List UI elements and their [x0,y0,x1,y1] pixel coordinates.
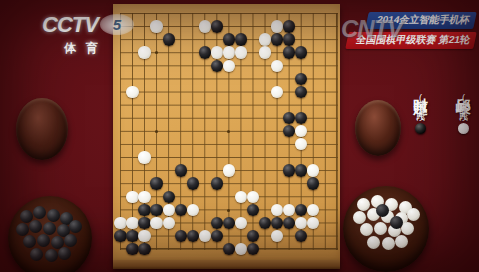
black-stone [247,243,259,255]
white-stone [114,217,126,229]
white-stone [223,164,235,176]
white-stone [211,46,223,58]
black-stone [187,177,199,189]
black-stone [223,217,235,229]
star-point [155,51,158,54]
captured-white-stone [401,222,414,235]
black-stone [283,20,295,32]
black-stone [175,164,187,176]
white-stone [223,60,235,72]
event-banner-line1: 2014金立智能手机杯 [365,12,477,29]
white-stone [138,230,150,242]
event-banner: 2014金立智能手机杯 全国围棋甲级联赛 第21轮 [347,9,475,49]
white-stone [271,20,283,32]
white-stone [271,230,283,242]
captured-black-stone [58,247,71,260]
black-stone [187,230,199,242]
black-stone [199,46,211,58]
white-stone [307,204,319,216]
black-stone [283,46,295,58]
black-stone [307,177,319,189]
white-stone [138,46,150,58]
black-stone [295,230,307,242]
black-stone [295,86,307,98]
white-stone-icon [458,123,469,134]
captured-black-stone [30,248,43,261]
player-white-name: 邱峻 [454,86,473,90]
white-stone [259,46,271,58]
black-stone [295,46,307,58]
captured-black-stone [64,234,77,247]
white-stone [223,46,235,58]
white-stone [126,217,138,229]
white-stone [307,217,319,229]
captured-white-stone [395,235,408,248]
white-stone [138,191,150,203]
board-grid [120,13,338,250]
white-stone [259,33,271,45]
white-stone [126,86,138,98]
white-stone [138,151,150,163]
black-stone [223,243,235,255]
captured-black-stone [29,220,42,233]
player-white: 邱峻 (九段) [450,86,476,134]
board-front-edge [113,260,340,269]
black-stone [283,33,295,45]
black-stone [295,73,307,85]
white-stone [126,191,138,203]
black-stone [259,217,271,229]
black-stone [283,217,295,229]
captured-white-stone [353,211,366,224]
black-stone [211,20,223,32]
black-stone [138,204,150,216]
cctv-logo-text: CCTV [42,12,108,38]
black-stone [211,177,223,189]
captured-white-stone [374,222,387,235]
captured-white-stone [367,236,380,249]
white-stone [235,243,247,255]
player-black: 时越 (九段) [407,86,433,134]
black-stone [271,33,283,45]
white-stone [295,217,307,229]
white-stone [283,204,295,216]
captured-white-stone [407,208,420,221]
white-stone [150,20,162,32]
white-stone [235,191,247,203]
black-stone-bowl [8,196,92,272]
black-stone [295,164,307,176]
star-point [227,209,230,212]
black-stone-icon [415,123,426,134]
black-stone [138,217,150,229]
white-stone [163,204,175,216]
black-stone [223,33,235,45]
captured-black-stone [37,234,50,247]
black-stone [126,230,138,242]
cctv5-logo: CCTV 5 体育 [42,12,108,57]
white-stone [271,86,283,98]
cctv-channel-number: 5 [100,14,134,35]
white-stone [199,20,211,32]
captured-black-stone [43,222,56,235]
stone-bowl-lid-left [16,98,68,160]
white-stone [199,230,211,242]
captured-black-stone [47,209,60,222]
black-stone [235,33,247,45]
white-stone [271,60,283,72]
black-stone [295,112,307,124]
white-stone [295,138,307,150]
black-stone [138,243,150,255]
white-stone [307,164,319,176]
tv-frame: CCTV 5 体育 2014金立智能手机杯 全国围棋甲级联赛 第21轮 CNTV… [0,0,479,272]
go-board [113,4,340,262]
white-stone [163,217,175,229]
captured-black-stone [69,220,82,233]
white-stone [150,217,162,229]
captured-white-stone [360,223,373,236]
white-stone [187,204,199,216]
captured-white-stone [382,237,395,250]
black-stone [295,204,307,216]
white-stone [247,191,259,203]
captured-black-stone [23,235,36,248]
black-stone [271,217,283,229]
black-stone [163,191,175,203]
black-stone [247,230,259,242]
captured-black-stone [16,223,29,236]
black-stone [126,243,138,255]
black-stone [163,33,175,45]
captured-black-stone [390,216,403,229]
player-black-rank: (九段) [414,93,427,117]
player-white-rank: (九段) [457,93,470,117]
stone-bowl-lid-right [355,100,401,156]
captured-black-stone [376,204,389,217]
black-stone [114,230,126,242]
black-stone [150,204,162,216]
white-stone [271,204,283,216]
star-point [155,130,158,133]
black-stone [175,204,187,216]
black-stone [211,60,223,72]
black-stone [211,217,223,229]
white-stone [295,125,307,137]
event-banner-line2: 全国围棋甲级联赛 第21轮 [345,32,477,49]
white-stone [235,217,247,229]
cctv-logo-subtitle: 体育 [64,40,108,57]
black-stone [283,125,295,137]
black-stone [247,204,259,216]
black-stone [211,230,223,242]
black-stone [150,177,162,189]
white-stone [235,46,247,58]
white-stone-bowl [343,186,429,272]
black-stone [175,230,187,242]
captured-black-stone [45,249,58,262]
captured-black-stone [33,206,46,219]
star-point [227,130,230,133]
black-stone [283,112,295,124]
black-stone [283,164,295,176]
player-black-name: 时越 [411,86,430,90]
